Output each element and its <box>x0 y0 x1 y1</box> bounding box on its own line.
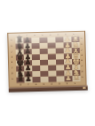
board-perspective-wrap: 87654321 87654321 abcdefgh abcdefgh ♜♟♟♜… <box>7 31 88 93</box>
frame-mark-4: 4 <box>46 32 54 36</box>
square-h6 <box>32 77 40 83</box>
piece-R-h1: ♜ <box>72 74 80 82</box>
frame-mark-1: 1 <box>69 32 77 36</box>
clasp-icon <box>83 87 86 89</box>
piece-r-h8: ♜ <box>16 76 24 84</box>
frame-mark-5: 5 <box>38 32 46 36</box>
chess-board: 87654321 87654321 abcdefgh abcdefgh ♜♟♟♜… <box>7 31 86 88</box>
frame-mark-8: 8 <box>15 33 23 37</box>
square-h2: ♟ <box>64 76 72 82</box>
frame-mark-6: 6 <box>31 33 39 37</box>
chess-set-product-photo[interactable]: 87654321 87654321 abcdefgh abcdefgh ♜♟♟♜… <box>0 0 95 126</box>
frame-mark-2: 2 <box>62 32 70 36</box>
square-h5 <box>40 77 48 83</box>
square-h7: ♟ <box>24 77 32 83</box>
square-h8: ♜ <box>16 77 24 83</box>
frame-labels-left: abcdefgh <box>8 38 15 82</box>
frame-mark-7: 7 <box>23 33 31 37</box>
square-h3 <box>56 76 64 82</box>
frame-mark-3: 3 <box>54 32 62 36</box>
frame-mark-h: h <box>9 76 15 82</box>
box-side-edge <box>9 85 88 92</box>
square-h4 <box>48 76 56 82</box>
board-grid: ♜♟♟♜♞♟♟♞♝♟♟♝♛♟♟♛♚♟♟♚♝♟♟♝♞♟♟♞♜♟♟♜ <box>15 37 80 83</box>
piece-p-h7: ♟ <box>24 76 32 83</box>
piece-P-h2: ♟ <box>64 75 72 82</box>
square-h1: ♜ <box>72 76 80 82</box>
